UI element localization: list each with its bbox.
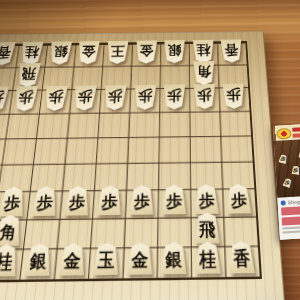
piece-歩-sente[interactable]: 歩 (96, 186, 122, 216)
piece-kanji: 金 (135, 40, 158, 63)
piece-歩-gote[interactable]: 歩 (133, 85, 157, 110)
piece-kanji: 歩 (13, 86, 39, 111)
square-8-4[interactable] (5, 113, 39, 138)
piece-歩-gote[interactable]: 歩 (163, 84, 186, 109)
square-8-5[interactable] (2, 138, 36, 164)
piece-歩-sente[interactable]: 歩 (0, 187, 27, 217)
piece-王-gote[interactable]: 王 (106, 41, 129, 64)
label-stripe (282, 215, 300, 225)
piece-kanji: 歩 (129, 185, 155, 215)
square-7-1[interactable]: 銀 (45, 45, 76, 67)
square-5-9[interactable]: 玉 (88, 248, 124, 279)
square-3-9[interactable]: 銀 (157, 247, 191, 278)
box-label-title: Shogi (287, 198, 300, 205)
piece-kanji: 歩 (193, 84, 216, 109)
piece-角-sente[interactable]: 角 (0, 215, 23, 246)
square-4-4[interactable] (128, 112, 159, 137)
piece-kanji: 桂 (19, 42, 44, 65)
piece-kanji: 香 (228, 241, 256, 274)
square-5-3[interactable]: 歩 (99, 89, 130, 113)
piece-kanji: 歩 (43, 86, 68, 111)
piece-kanji: 桂 (0, 244, 20, 277)
box-photo: 歩 歩 歩 歩 (274, 138, 300, 197)
square-4-7[interactable]: 歩 (125, 189, 158, 218)
piece-飛-sente[interactable]: 飛 (194, 212, 220, 243)
piece-歩-sente[interactable]: 歩 (63, 186, 90, 216)
square-1-3[interactable]: 歩 (219, 87, 250, 111)
piece-kanji: 王 (106, 41, 129, 64)
piece-歩-gote[interactable]: 歩 (103, 85, 127, 110)
brand-text-bar (293, 133, 300, 138)
square-4-3[interactable]: 歩 (129, 88, 159, 112)
square-3-7[interactable]: 歩 (158, 189, 191, 218)
piece-歩-sente[interactable]: 歩 (226, 184, 252, 214)
square-7-7[interactable]: 歩 (26, 191, 61, 220)
piece-kanji: 歩 (163, 84, 186, 109)
square-7-3[interactable]: 歩 (39, 89, 71, 113)
square-6-7[interactable]: 歩 (59, 190, 94, 219)
square-8-3[interactable]: 歩 (9, 90, 42, 114)
square-3-3[interactable]: 歩 (159, 88, 189, 112)
piece-kanji: 金 (58, 243, 87, 276)
piece-kanji: 銀 (161, 242, 187, 275)
piece-香-gote[interactable]: 香 (220, 39, 243, 62)
piece-金-sente[interactable]: 金 (58, 243, 87, 276)
piece-kanji: 歩 (162, 185, 187, 215)
piece-kanji: 銀 (163, 40, 185, 63)
piece-銀-gote[interactable]: 銀 (163, 40, 185, 63)
brand-logo-icon (276, 128, 292, 140)
square-3-1[interactable]: 銀 (160, 43, 189, 65)
label-dot-icon (281, 200, 286, 205)
piece-kanji: 桂 (195, 242, 222, 275)
piece-kanji: 金 (127, 242, 154, 275)
square-2-5[interactable] (190, 136, 222, 162)
board-grid: 香桂銀金王金銀桂香飛角歩歩歩歩歩歩歩歩歩歩歩歩歩歩歩歩歩歩角飛香桂銀金玉金銀桂香 (0, 41, 262, 283)
piece-kanji: 歩 (0, 86, 9, 111)
piece-金-gote[interactable]: 金 (77, 41, 101, 64)
piece-金-sente[interactable]: 金 (127, 242, 154, 275)
square-1-1[interactable]: 香 (217, 43, 247, 65)
shogi-board: 香桂銀金王金銀桂香飛角歩歩歩歩歩歩歩歩歩歩歩歩歩歩歩歩歩歩角飛香桂銀金玉金銀桂香 (0, 41, 262, 283)
piece-歩-gote[interactable]: 歩 (73, 85, 98, 110)
piece-kanji: 桂 (192, 40, 214, 63)
piece-kanji: 歩 (63, 186, 90, 216)
square-4-5[interactable] (127, 137, 159, 163)
square-4-9[interactable]: 金 (122, 247, 157, 278)
piece-桂-sente[interactable]: 桂 (195, 242, 222, 275)
piece-銀-sente[interactable]: 銀 (24, 244, 53, 277)
square-6-5[interactable] (64, 137, 97, 163)
box-photo-piece: 歩 (282, 177, 293, 188)
piece-kanji: 飛 (194, 212, 220, 243)
square-7-5[interactable] (33, 138, 67, 164)
box-brand-band (273, 123, 300, 141)
piece-kanji: 歩 (0, 187, 27, 217)
piece-桂-sente[interactable]: 桂 (0, 244, 20, 277)
piece-kanji: 金 (77, 41, 101, 64)
piece-kanji: 香 (220, 39, 243, 62)
box-photo-piece: 歩 (298, 149, 300, 159)
piece-香-gote[interactable]: 香 (0, 42, 16, 65)
label-fineprint-line (282, 226, 300, 230)
square-5-1[interactable]: 王 (102, 44, 132, 66)
piece-kanji: 角 (192, 61, 215, 85)
box-label: Shogi (277, 195, 300, 239)
piece-歩-sente[interactable]: 歩 (162, 185, 187, 215)
label-fineprint-line (282, 230, 300, 234)
brand-text-bar (292, 127, 300, 132)
piece-kanji: 香 (0, 42, 16, 65)
square-7-4[interactable] (36, 113, 69, 138)
piece-kanji: 歩 (73, 85, 98, 110)
piece-歩-gote[interactable]: 歩 (193, 84, 216, 109)
piece-歩-gote[interactable]: 歩 (13, 86, 39, 111)
piece-kanji: 歩 (133, 85, 157, 110)
box-photo-piece: 歩 (291, 165, 300, 175)
piece-歩-sente[interactable]: 歩 (194, 184, 219, 214)
piece-角-gote[interactable]: 角 (192, 61, 215, 85)
piece-歩-gote[interactable]: 歩 (43, 86, 68, 111)
square-1-5[interactable] (220, 136, 252, 162)
piece-歩-sente[interactable]: 歩 (31, 186, 59, 216)
square-6-3[interactable]: 歩 (69, 89, 101, 113)
piece-銀-sente[interactable]: 銀 (161, 242, 187, 275)
piece-kanji: 銀 (24, 244, 53, 277)
piece-kanji: 歩 (31, 186, 59, 216)
piece-香-sente[interactable]: 香 (228, 241, 256, 274)
piece-kanji: 飛 (16, 63, 42, 87)
piece-玉-sente[interactable]: 玉 (92, 243, 120, 276)
piece-銀-gote[interactable]: 銀 (48, 41, 72, 64)
square-6-4[interactable] (67, 113, 99, 138)
square-2-3[interactable]: 歩 (189, 88, 219, 112)
piece-kanji: 歩 (222, 84, 246, 109)
piece-kanji: 歩 (194, 184, 219, 214)
piece-kanji: 歩 (96, 186, 122, 216)
piece-kanji: 玉 (92, 243, 120, 276)
square-1-7[interactable]: 歩 (222, 188, 256, 217)
piece-歩-sente[interactable]: 歩 (129, 185, 155, 215)
label-stripe (281, 205, 300, 215)
piece-桂-gote[interactable]: 桂 (19, 42, 44, 65)
square-7-9[interactable]: 銀 (19, 248, 56, 279)
box-photo-piece: 歩 (278, 154, 288, 165)
square-2-4[interactable] (189, 111, 220, 136)
square-3-4[interactable] (159, 112, 190, 137)
piece-金-gote[interactable]: 金 (135, 40, 158, 63)
square-5-5[interactable] (96, 137, 128, 163)
piece-kanji: 歩 (103, 85, 127, 110)
piece-kanji: 歩 (226, 184, 252, 214)
square-5-7[interactable]: 歩 (92, 190, 126, 219)
square-1-4[interactable] (220, 111, 252, 136)
piece-歩-gote[interactable]: 歩 (0, 86, 9, 111)
piece-kanji: 銀 (48, 41, 72, 64)
square-3-5[interactable] (159, 136, 190, 162)
piece-飛-gote[interactable]: 飛 (16, 63, 42, 87)
piece-歩-gote[interactable]: 歩 (222, 84, 246, 109)
square-2-9[interactable]: 桂 (191, 246, 226, 277)
square-4-1[interactable]: 金 (131, 44, 160, 66)
square-1-9[interactable]: 香 (224, 246, 259, 277)
square-6-1[interactable]: 金 (73, 44, 103, 66)
square-5-4[interactable] (98, 112, 130, 137)
square-6-9[interactable]: 金 (54, 248, 90, 279)
piece-桂-gote[interactable]: 桂 (192, 40, 214, 63)
piece-kanji: 角 (0, 215, 23, 246)
